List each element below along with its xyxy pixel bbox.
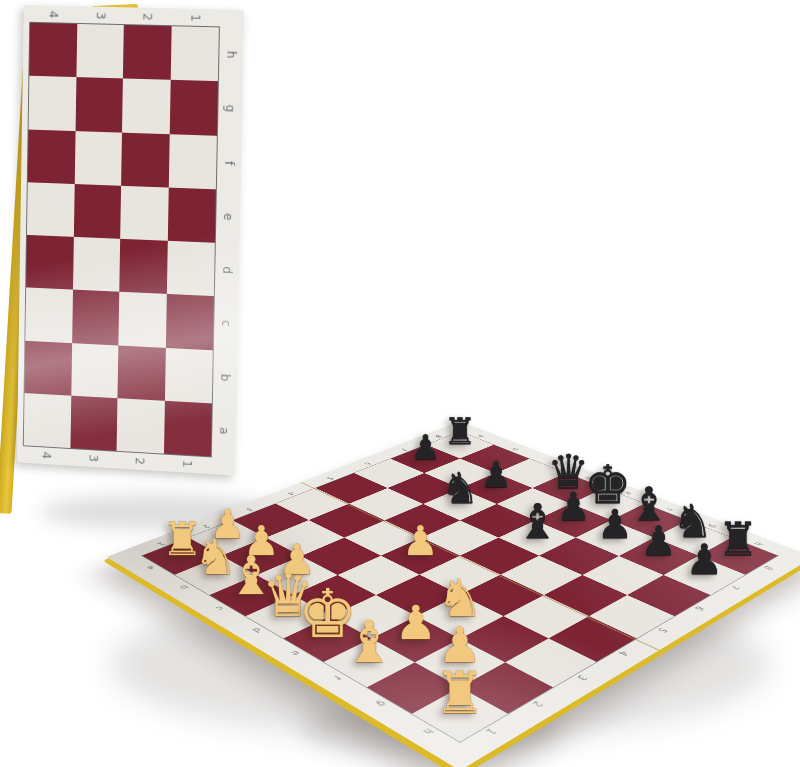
rank-label: 3	[84, 434, 102, 482]
file-label: g	[203, 96, 257, 123]
standing-square-d4	[26, 235, 73, 290]
standing-square-b3	[71, 343, 119, 398]
rank-label: 4	[38, 431, 56, 479]
standing-square-e2	[120, 186, 168, 241]
standing-square-d3	[73, 237, 121, 292]
rank-label: 1	[178, 440, 196, 488]
file-label: d	[200, 257, 254, 284]
standing-square-g2	[122, 79, 170, 134]
standing-square-e3	[73, 184, 121, 239]
rank-label: 2	[138, 0, 156, 41]
standing-folded-board: 4321 hgfedcba 4321	[18, 10, 244, 480]
standing-square-c3	[72, 290, 120, 345]
rank-label: 3	[91, 0, 109, 40]
standing-square-g3	[75, 77, 123, 132]
file-label: a	[197, 417, 251, 445]
standing-square-g4	[29, 76, 76, 131]
file-label: b	[198, 363, 252, 390]
file-label: c	[199, 310, 253, 337]
standing-square-d2	[119, 239, 167, 294]
rank-label: 2	[131, 437, 149, 485]
file-label: f	[202, 149, 256, 176]
standing-top-labels: 4321	[30, 5, 219, 27]
file-label: h	[204, 42, 258, 68]
chess-set-product-photo: abcdefgh 87654321 87654321 abcdefgh 4321…	[0, 0, 800, 767]
rank-label: 4	[45, 0, 63, 39]
standing-square-f2	[121, 132, 169, 187]
standing-board-face: 4321 hgfedcba 4321	[17, 5, 244, 476]
standing-square-f4	[28, 129, 75, 184]
standing-square-b4	[25, 340, 72, 395]
standing-board-grid	[24, 23, 219, 457]
standing-square-c2	[118, 292, 166, 347]
rank-label: 1	[186, 0, 205, 42]
standing-square-f3	[74, 131, 122, 186]
standing-square-b2	[117, 345, 165, 401]
standing-square-e4	[27, 182, 74, 237]
standing-square-c4	[25, 288, 72, 343]
file-label: e	[201, 203, 255, 230]
